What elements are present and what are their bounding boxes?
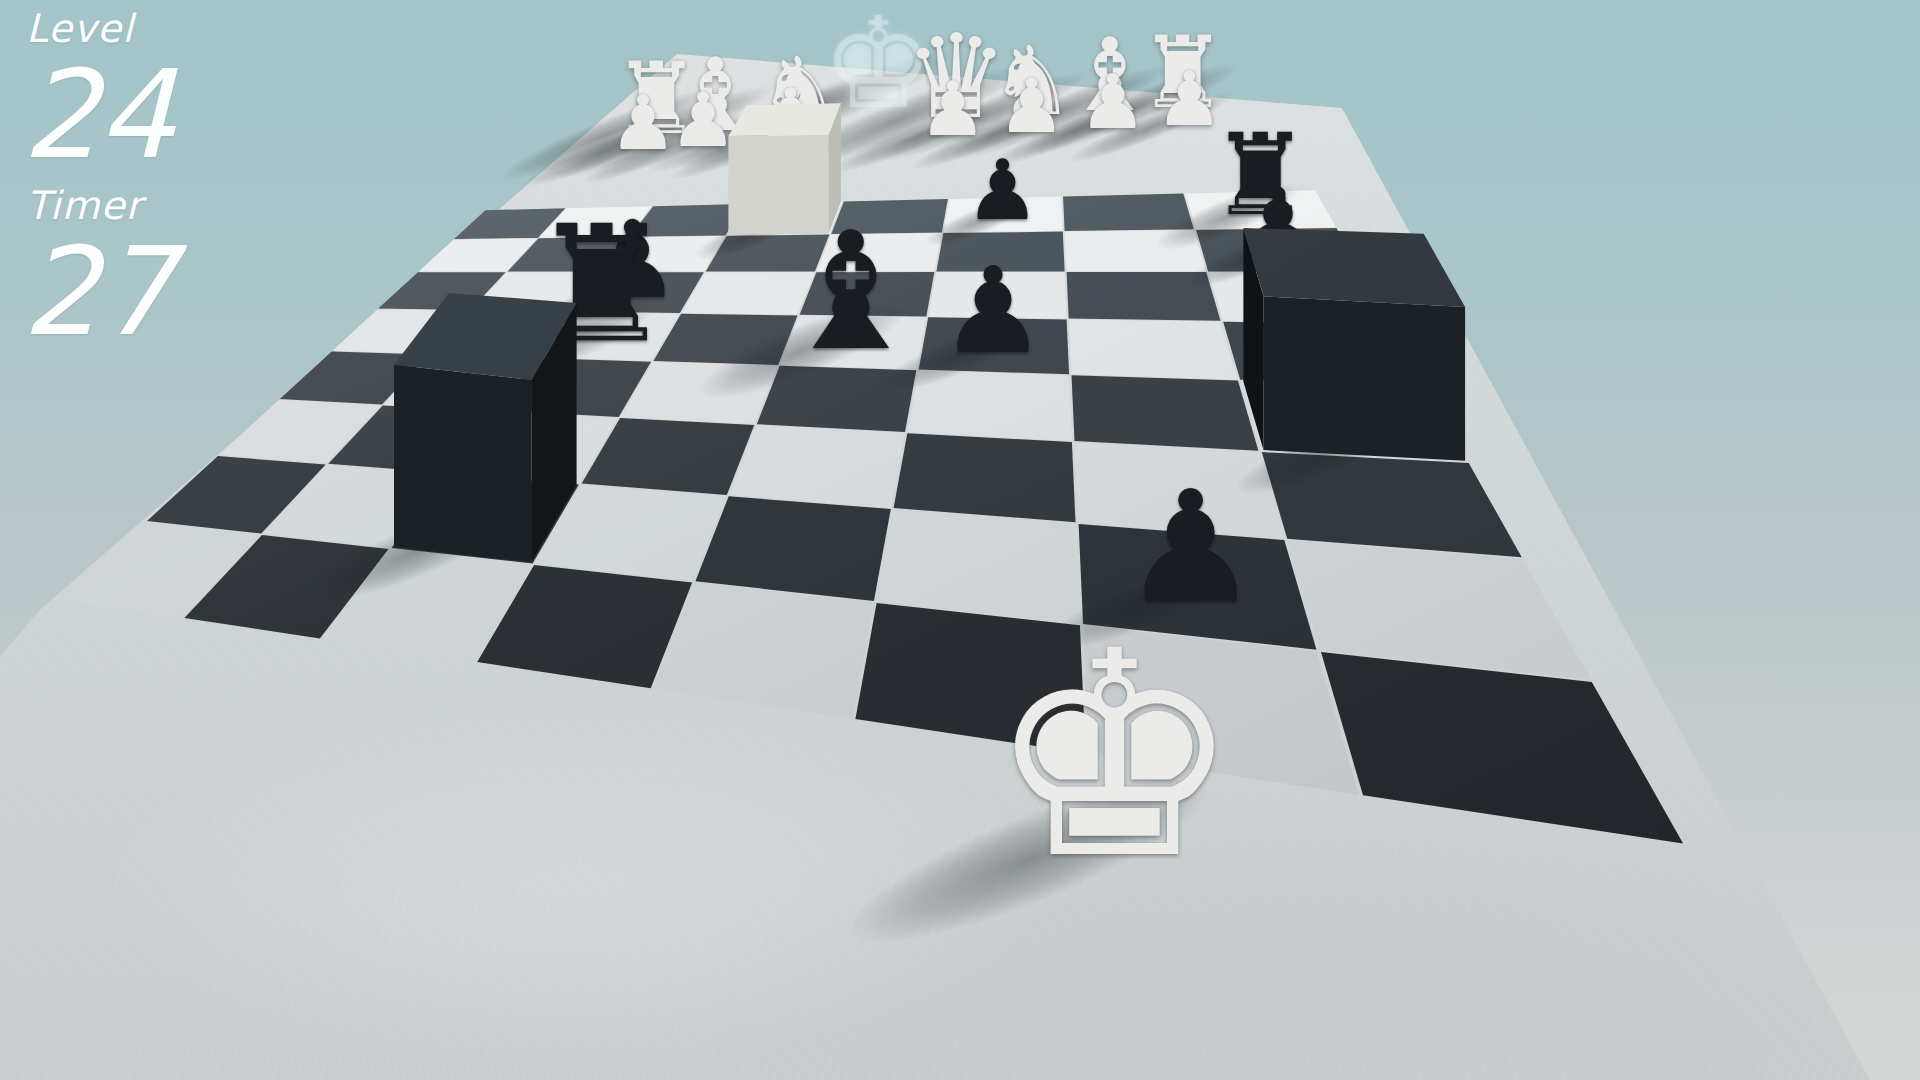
game-scene: Level 24 Timer 27 ♜♟♟♟♜♝♟♟♜♟♝♟♞♟♚♛♟♞♟♝♟♜… — [0, 0, 1920, 1080]
cube-top-face — [0, 0, 1920, 1080]
cube-right-face — [0, 0, 1920, 1080]
white-king[interactable]: ♚ — [987, 614, 1242, 898]
cube-front-face — [0, 0, 1920, 1080]
obstacle-cube-c2 — [0, 0, 1920, 1080]
